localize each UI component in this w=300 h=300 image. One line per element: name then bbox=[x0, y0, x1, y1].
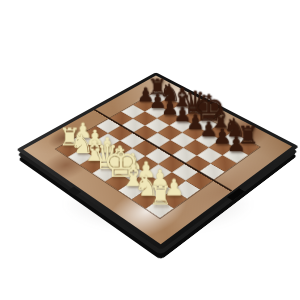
maker-mark bbox=[211, 112, 223, 119]
piece-white-rook: ♜ bbox=[59, 125, 81, 149]
square-b2: ♟ bbox=[82, 141, 108, 157]
piece-black-knight: ♞ bbox=[159, 81, 181, 105]
piece-black-rook: ♜ bbox=[148, 76, 168, 98]
piece-black-knight: ♞ bbox=[223, 114, 246, 140]
piece-black-bishop: ♝ bbox=[170, 85, 194, 111]
piece-black-rook: ♜ bbox=[237, 124, 258, 148]
square-g6 bbox=[197, 147, 223, 163]
chess-set-photo: ♜♟♟♜♞♟♟♞♝♟♟♝♛♟♟♛♚♟♟♚♝♟♟♝♞♟♟♞♜♟♟♜ bbox=[0, 0, 300, 300]
piece-black-queen: ♛ bbox=[181, 87, 209, 118]
piece-black-bishop: ♝ bbox=[209, 106, 233, 133]
